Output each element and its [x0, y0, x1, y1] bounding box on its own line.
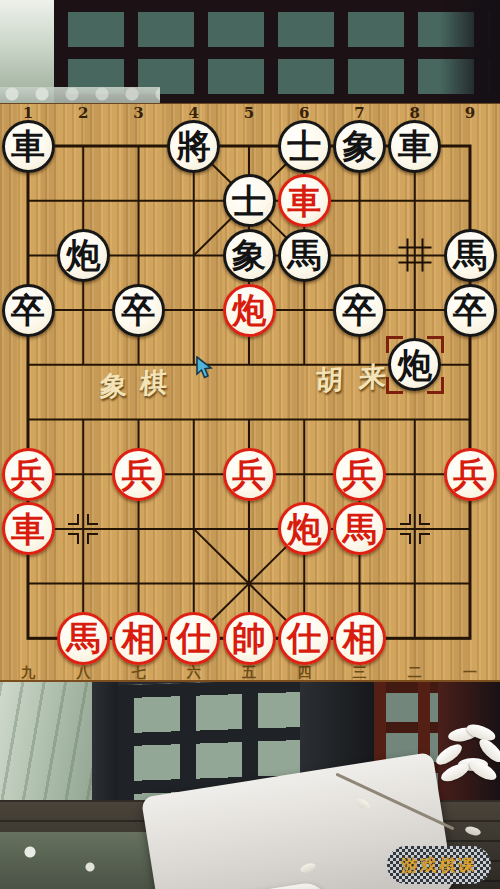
board-point[interactable] — [221, 392, 276, 447]
piece-red-cannon[interactable]: 炮 — [278, 502, 331, 555]
board-point[interactable]: 兵 — [111, 447, 166, 502]
window-shade — [440, 0, 500, 103]
piece-black-horse[interactable]: 馬 — [278, 229, 331, 282]
window-sill — [0, 87, 160, 103]
piece-red-advisor[interactable]: 仕 — [278, 612, 331, 665]
board-point[interactable]: 馬 — [277, 228, 332, 283]
board-point[interactable]: 仕 — [166, 611, 221, 666]
board-point[interactable]: 卒 — [111, 283, 166, 338]
board-point[interactable] — [166, 173, 221, 228]
board-point[interactable] — [56, 173, 111, 228]
board-point[interactable] — [56, 283, 111, 338]
board-point[interactable]: 炮 — [221, 283, 276, 338]
board-point[interactable] — [0, 228, 55, 283]
board-point[interactable] — [332, 173, 387, 228]
board-point[interactable]: 帥 — [221, 611, 276, 666]
board-point[interactable]: 相 — [332, 611, 387, 666]
board-point[interactable] — [277, 283, 332, 338]
column-number-bottom: 四 — [277, 664, 332, 682]
board-point[interactable]: 士 — [221, 173, 276, 228]
piece-black-soldier[interactable]: 卒 — [333, 284, 386, 337]
column-number-bottom: 一 — [442, 664, 497, 682]
board-point[interactable]: 車 — [277, 173, 332, 228]
board-point[interactable] — [387, 283, 442, 338]
board-point[interactable] — [56, 392, 111, 447]
board-point[interactable] — [56, 556, 111, 611]
board-point[interactable]: 仕 — [277, 611, 332, 666]
board-point[interactable] — [332, 556, 387, 611]
board-point[interactable]: 車 — [0, 119, 55, 174]
screenshot: 123456789 九八七六五四三二一 象棋 胡来 車將士象車士車炮象馬馬卒卒炮… — [0, 0, 500, 889]
board-point[interactable] — [111, 228, 166, 283]
board-point[interactable]: 象 — [332, 119, 387, 174]
board-point[interactable] — [387, 556, 442, 611]
board-point[interactable] — [166, 447, 221, 502]
piece-black-soldier[interactable]: 卒 — [112, 284, 165, 337]
magnolia-flower — [428, 718, 500, 798]
board-point[interactable]: 車 — [387, 119, 442, 174]
board-point[interactable] — [56, 337, 111, 392]
board-point[interactable] — [0, 337, 55, 392]
board-point[interactable] — [387, 611, 442, 666]
board-point[interactable] — [0, 556, 55, 611]
board-point[interactable] — [221, 119, 276, 174]
board-point[interactable]: 兵 — [332, 447, 387, 502]
board-point[interactable] — [111, 337, 166, 392]
point-marker — [68, 514, 98, 544]
board-point[interactable]: 車 — [0, 502, 55, 557]
board-point[interactable]: 炮 — [387, 337, 442, 392]
board-point[interactable]: 馬 — [56, 611, 111, 666]
piece-black-soldier[interactable]: 卒 — [444, 284, 497, 337]
board-point[interactable] — [387, 392, 442, 447]
board-point[interactable] — [442, 119, 497, 174]
board-point[interactable] — [277, 337, 332, 392]
piece-red-soldier[interactable]: 兵 — [223, 448, 276, 501]
board-point[interactable] — [221, 556, 276, 611]
board-point[interactable] — [166, 556, 221, 611]
piece-red-soldier[interactable]: 兵 — [333, 448, 386, 501]
piece-red-cannon[interactable]: 炮 — [223, 284, 276, 337]
piece-black-elephant[interactable]: 象 — [223, 229, 276, 282]
piece-black-elephant[interactable]: 象 — [333, 120, 386, 173]
column-number-bottom: 五 — [221, 664, 276, 682]
piece-black-soldier[interactable]: 卒 — [2, 284, 55, 337]
last-move-from-marker — [397, 237, 433, 273]
board-point[interactable] — [111, 556, 166, 611]
column-number-bottom: 二 — [387, 664, 442, 682]
board-point[interactable] — [442, 392, 497, 447]
board-point[interactable] — [221, 337, 276, 392]
mouse-cursor — [194, 356, 214, 380]
background-bottom-scene: 游戏棋课 — [0, 682, 500, 889]
column-number-bottom: 九 — [0, 664, 55, 682]
piece-red-elephant[interactable]: 相 — [333, 612, 386, 665]
board-point[interactable] — [442, 556, 497, 611]
board-point[interactable]: 炮 — [277, 502, 332, 557]
board-point[interactable] — [387, 502, 442, 557]
board-point[interactable] — [332, 337, 387, 392]
board-point[interactable] — [111, 173, 166, 228]
board-point[interactable] — [277, 556, 332, 611]
board-point[interactable]: 馬 — [332, 502, 387, 557]
board-point[interactable] — [56, 447, 111, 502]
piece-red-advisor[interactable]: 仕 — [167, 612, 220, 665]
piece-red-chariot[interactable]: 車 — [278, 174, 331, 227]
piece-red-elephant[interactable]: 相 — [112, 612, 165, 665]
piece-red-soldier[interactable]: 兵 — [2, 448, 55, 501]
board-point[interactable] — [111, 392, 166, 447]
board-point[interactable] — [387, 173, 442, 228]
board-point[interactable] — [111, 119, 166, 174]
piece-black-cannon[interactable]: 炮 — [57, 229, 110, 282]
board-point[interactable] — [166, 228, 221, 283]
board-point[interactable]: 相 — [111, 611, 166, 666]
board-point[interactable] — [0, 611, 55, 666]
board-point[interactable] — [442, 173, 497, 228]
piece-black-advisor[interactable]: 士 — [223, 174, 276, 227]
board-point[interactable]: 炮 — [56, 228, 111, 283]
board-point[interactable] — [0, 173, 55, 228]
background-top-window — [0, 0, 500, 103]
board-point[interactable] — [111, 502, 166, 557]
board-point[interactable]: 卒 — [442, 283, 497, 338]
piece-black-horse[interactable]: 馬 — [444, 229, 497, 282]
board-point[interactable] — [277, 392, 332, 447]
piece-red-soldier[interactable]: 兵 — [444, 448, 497, 501]
board-point[interactable]: 象 — [221, 228, 276, 283]
board-point[interactable] — [56, 502, 111, 557]
board-point[interactable]: 將 — [166, 119, 221, 174]
channel-watermark: 游戏棋课 — [387, 846, 491, 884]
piece-red-soldier[interactable]: 兵 — [112, 448, 165, 501]
board-point[interactable]: 馬 — [442, 228, 497, 283]
piece-red-chariot[interactable]: 車 — [2, 502, 55, 555]
board-point[interactable] — [442, 502, 497, 557]
scroll-roll — [166, 880, 331, 889]
column-number-bottom: 六 — [166, 664, 221, 682]
board-point[interactable]: 兵 — [0, 447, 55, 502]
piece-black-chariot[interactable]: 車 — [2, 120, 55, 173]
xiangqi-board[interactable]: 123456789 九八七六五四三二一 象棋 胡来 車將士象車士車炮象馬馬卒卒炮… — [0, 103, 500, 682]
board-point[interactable] — [166, 502, 221, 557]
board-point[interactable] — [387, 447, 442, 502]
board-point[interactable] — [56, 119, 111, 174]
board-point[interactable]: 兵 — [221, 447, 276, 502]
piece-black-advisor[interactable]: 士 — [278, 120, 331, 173]
board-point[interactable] — [387, 228, 442, 283]
piece-red-general[interactable]: 帥 — [223, 612, 276, 665]
point-marker — [400, 514, 430, 544]
column-number-bottom: 八 — [56, 664, 111, 682]
watermark-text: 游戏棋课 — [401, 854, 477, 877]
board-point[interactable]: 卒 — [332, 283, 387, 338]
board-point[interactable] — [442, 337, 497, 392]
column-number-bottom: 三 — [332, 664, 387, 682]
board-point[interactable] — [0, 392, 55, 447]
board-point[interactable] — [166, 392, 221, 447]
board-point[interactable] — [332, 228, 387, 283]
board-point[interactable] — [221, 502, 276, 557]
board-point[interactable]: 兵 — [442, 447, 497, 502]
board-point[interactable] — [442, 611, 497, 666]
bottom-column-numbers: 九八七六五四三二一 — [0, 664, 497, 682]
piece-red-horse[interactable]: 馬 — [333, 502, 386, 555]
board-point[interactable] — [332, 392, 387, 447]
piece-black-chariot[interactable]: 車 — [388, 120, 441, 173]
column-number-bottom: 七 — [111, 664, 166, 682]
board-grid: 車將士象車士車炮象馬馬卒卒炮卒卒炮兵兵兵兵兵車炮馬馬相仕帥仕相 — [0, 119, 497, 666]
board-point[interactable] — [166, 283, 221, 338]
board-point[interactable]: 卒 — [0, 283, 55, 338]
board-point[interactable]: 士 — [277, 119, 332, 174]
piece-black-general[interactable]: 將 — [167, 120, 220, 173]
piece-red-horse[interactable]: 馬 — [57, 612, 110, 665]
board-point[interactable] — [277, 447, 332, 502]
